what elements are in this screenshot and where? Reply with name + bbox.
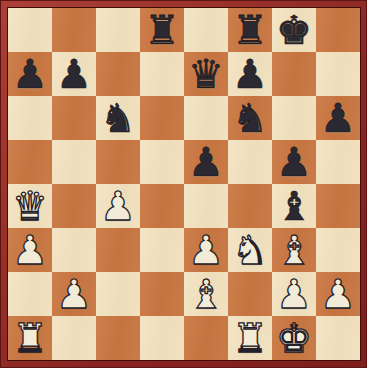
square-b8[interactable] (52, 8, 96, 52)
square-d2[interactable] (140, 272, 184, 316)
square-f3[interactable]: ♞ (228, 228, 272, 272)
square-h5[interactable] (316, 140, 360, 184)
square-g4[interactable]: ♝ (272, 184, 316, 228)
square-e8[interactable] (184, 8, 228, 52)
square-b5[interactable] (52, 140, 96, 184)
square-d7[interactable] (140, 52, 184, 96)
square-a8[interactable] (8, 8, 52, 52)
square-d8[interactable]: ♜ (140, 8, 184, 52)
square-h3[interactable] (316, 228, 360, 272)
square-a4[interactable]: ♛ (8, 184, 52, 228)
square-c5[interactable] (96, 140, 140, 184)
square-d5[interactable] (140, 140, 184, 184)
square-d1[interactable] (140, 316, 184, 360)
black-king[interactable]: ♚ (272, 8, 316, 52)
square-f6[interactable]: ♞ (228, 96, 272, 140)
white-queen[interactable]: ♛ (8, 184, 52, 228)
white-pawn[interactable]: ♟ (52, 272, 96, 316)
square-a3[interactable]: ♟ (8, 228, 52, 272)
white-bishop[interactable]: ♝ (272, 228, 316, 272)
square-h7[interactable] (316, 52, 360, 96)
square-g3[interactable]: ♝ (272, 228, 316, 272)
square-h4[interactable] (316, 184, 360, 228)
square-c3[interactable] (96, 228, 140, 272)
square-g1[interactable]: ♚ (272, 316, 316, 360)
square-h8[interactable] (316, 8, 360, 52)
square-h1[interactable] (316, 316, 360, 360)
square-e3[interactable]: ♟ (184, 228, 228, 272)
square-a6[interactable] (8, 96, 52, 140)
square-f4[interactable] (228, 184, 272, 228)
square-a7[interactable]: ♟ (8, 52, 52, 96)
black-pawn[interactable]: ♟ (184, 140, 228, 184)
chess-board: ♜♜♚♟♟♛♟♞♞♟♟♟♛♟♝♟♟♞♝♟♝♟♟♜♜♚ (8, 8, 360, 360)
white-pawn[interactable]: ♟ (272, 272, 316, 316)
square-f2[interactable] (228, 272, 272, 316)
chess-board-frame: ♜♜♚♟♟♛♟♞♞♟♟♟♛♟♝♟♟♞♝♟♝♟♟♜♜♚ (0, 0, 367, 368)
white-rook[interactable]: ♜ (228, 316, 272, 360)
black-pawn[interactable]: ♟ (52, 52, 96, 96)
square-f8[interactable]: ♜ (228, 8, 272, 52)
square-g7[interactable] (272, 52, 316, 96)
square-g6[interactable] (272, 96, 316, 140)
white-pawn[interactable]: ♟ (96, 184, 140, 228)
square-d6[interactable] (140, 96, 184, 140)
square-h6[interactable]: ♟ (316, 96, 360, 140)
square-b2[interactable]: ♟ (52, 272, 96, 316)
square-g2[interactable]: ♟ (272, 272, 316, 316)
black-queen[interactable]: ♛ (184, 52, 228, 96)
square-e4[interactable] (184, 184, 228, 228)
square-h2[interactable]: ♟ (316, 272, 360, 316)
white-knight[interactable]: ♞ (228, 228, 272, 272)
square-b3[interactable] (52, 228, 96, 272)
square-c6[interactable]: ♞ (96, 96, 140, 140)
black-knight[interactable]: ♞ (96, 96, 140, 140)
white-pawn[interactable]: ♟ (8, 228, 52, 272)
square-b4[interactable] (52, 184, 96, 228)
square-a2[interactable] (8, 272, 52, 316)
square-e5[interactable]: ♟ (184, 140, 228, 184)
square-c2[interactable] (96, 272, 140, 316)
square-e7[interactable]: ♛ (184, 52, 228, 96)
square-g8[interactable]: ♚ (272, 8, 316, 52)
square-f5[interactable] (228, 140, 272, 184)
white-rook[interactable]: ♜ (8, 316, 52, 360)
square-e2[interactable]: ♝ (184, 272, 228, 316)
square-f1[interactable]: ♜ (228, 316, 272, 360)
black-pawn[interactable]: ♟ (272, 140, 316, 184)
square-e6[interactable] (184, 96, 228, 140)
black-rook[interactable]: ♜ (228, 8, 272, 52)
square-f7[interactable]: ♟ (228, 52, 272, 96)
square-d3[interactable] (140, 228, 184, 272)
square-b7[interactable]: ♟ (52, 52, 96, 96)
square-c8[interactable] (96, 8, 140, 52)
black-pawn[interactable]: ♟ (316, 96, 360, 140)
square-b6[interactable] (52, 96, 96, 140)
square-d4[interactable] (140, 184, 184, 228)
square-b1[interactable] (52, 316, 96, 360)
black-bishop[interactable]: ♝ (272, 184, 316, 228)
white-king[interactable]: ♚ (272, 316, 316, 360)
white-bishop[interactable]: ♝ (184, 272, 228, 316)
black-pawn[interactable]: ♟ (228, 52, 272, 96)
square-e1[interactable] (184, 316, 228, 360)
square-a1[interactable]: ♜ (8, 316, 52, 360)
black-rook[interactable]: ♜ (140, 8, 184, 52)
square-c4[interactable]: ♟ (96, 184, 140, 228)
black-pawn[interactable]: ♟ (8, 52, 52, 96)
white-pawn[interactable]: ♟ (184, 228, 228, 272)
square-a5[interactable] (8, 140, 52, 184)
white-pawn[interactable]: ♟ (316, 272, 360, 316)
square-c1[interactable] (96, 316, 140, 360)
black-knight[interactable]: ♞ (228, 96, 272, 140)
square-g5[interactable]: ♟ (272, 140, 316, 184)
square-c7[interactable] (96, 52, 140, 96)
